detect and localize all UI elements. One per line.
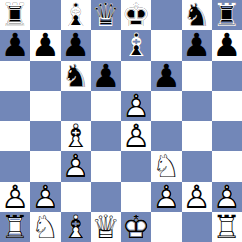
piece-fill-glyph: ♝ (121, 30, 151, 60)
square-b2[interactable]: ♟♙ (30, 182, 60, 212)
piece-outline-glyph: ♖ (0, 0, 30, 30)
white-pawn[interactable]: ♟♙ (61, 151, 91, 181)
piece-outline-glyph: ♘ (61, 61, 91, 91)
black-queen[interactable]: ♛♕ (91, 0, 121, 30)
white-rook[interactable]: ♜♖ (212, 212, 242, 242)
square-f5[interactable] (151, 91, 181, 121)
square-d4[interactable] (91, 121, 121, 151)
white-pawn[interactable]: ♟♙ (121, 121, 151, 151)
square-e4[interactable]: ♟♙ (121, 121, 151, 151)
piece-outline-glyph: ♘ (30, 212, 60, 242)
piece-outline-glyph: ♗ (121, 30, 151, 60)
piece-fill-glyph: ♟ (182, 182, 212, 212)
piece-outline-glyph: ♘ (151, 151, 181, 181)
square-g6[interactable] (182, 61, 212, 91)
white-rook[interactable]: ♜♖ (0, 212, 30, 242)
square-c5[interactable] (61, 91, 91, 121)
square-e8[interactable]: ♚♔ (121, 0, 151, 30)
black-king[interactable]: ♚♔ (121, 0, 151, 30)
piece-outline-glyph: ♙ (61, 151, 91, 181)
square-g7[interactable]: ♟ (182, 30, 212, 60)
black-pawn[interactable]: ♟ (151, 61, 181, 91)
square-b6[interactable] (30, 61, 60, 91)
piece-fill-glyph: ♛ (91, 212, 121, 242)
piece-outline-glyph: ♙ (121, 91, 151, 121)
square-f1[interactable] (151, 212, 181, 242)
piece-outline-glyph: ♖ (0, 212, 30, 242)
piece-fill-glyph: ♜ (212, 212, 242, 242)
square-d8[interactable]: ♛♕ (91, 0, 121, 30)
square-h2[interactable]: ♟♙ (212, 182, 242, 212)
square-a5[interactable] (0, 91, 30, 121)
white-pawn[interactable]: ♟♙ (121, 91, 151, 121)
piece-fill-glyph: ♟ (91, 61, 121, 91)
chess-board: ♜♖♝♗♛♕♚♔♞♘♜♖♟♟♟♝♗♟♟♞♘♟♟♟♙♝♗♟♙♟♙♞♘♟♙♟♙♟♙♟… (0, 0, 242, 242)
piece-fill-glyph: ♝ (61, 121, 91, 151)
square-a3[interactable] (0, 151, 30, 181)
square-d6[interactable]: ♟ (91, 61, 121, 91)
square-f8[interactable] (151, 0, 181, 30)
piece-fill-glyph: ♟ (30, 182, 60, 212)
square-g4[interactable] (182, 121, 212, 151)
piece-fill-glyph: ♜ (0, 212, 30, 242)
square-f2[interactable]: ♟♙ (151, 182, 181, 212)
black-knight[interactable]: ♞♘ (61, 61, 91, 91)
square-b4[interactable] (30, 121, 60, 151)
piece-outline-glyph: ♙ (30, 182, 60, 212)
white-pawn[interactable]: ♟♙ (0, 182, 30, 212)
white-queen[interactable]: ♛♕ (91, 212, 121, 242)
square-g3[interactable] (182, 151, 212, 181)
piece-outline-glyph: ♙ (182, 182, 212, 212)
square-e1[interactable]: ♚♔ (121, 212, 151, 242)
black-pawn[interactable]: ♟ (212, 30, 242, 60)
black-rook[interactable]: ♜♖ (212, 0, 242, 30)
square-e6[interactable] (121, 61, 151, 91)
piece-fill-glyph: ♚ (121, 212, 151, 242)
piece-outline-glyph: ♗ (61, 212, 91, 242)
white-king[interactable]: ♚♔ (121, 212, 151, 242)
piece-outline-glyph: ♙ (0, 182, 30, 212)
white-bishop[interactable]: ♝♗ (61, 212, 91, 242)
square-d1[interactable]: ♛♕ (91, 212, 121, 242)
piece-fill-glyph: ♟ (212, 182, 242, 212)
square-c8[interactable]: ♝♗ (61, 0, 91, 30)
black-pawn[interactable]: ♟ (182, 30, 212, 60)
piece-fill-glyph: ♟ (0, 30, 30, 60)
piece-fill-glyph: ♞ (61, 61, 91, 91)
square-g1[interactable] (182, 212, 212, 242)
white-pawn[interactable]: ♟♙ (212, 182, 242, 212)
piece-fill-glyph: ♟ (121, 121, 151, 151)
piece-outline-glyph: ♖ (212, 212, 242, 242)
square-h3[interactable] (212, 151, 242, 181)
black-pawn[interactable]: ♟ (61, 30, 91, 60)
square-e5[interactable]: ♟♙ (121, 91, 151, 121)
square-b5[interactable] (30, 91, 60, 121)
piece-outline-glyph: ♕ (91, 0, 121, 30)
piece-outline-glyph: ♙ (212, 182, 242, 212)
square-h1[interactable]: ♜♖ (212, 212, 242, 242)
square-b8[interactable] (30, 0, 60, 30)
square-h5[interactable] (212, 91, 242, 121)
square-f6[interactable]: ♟ (151, 61, 181, 91)
black-bishop[interactable]: ♝♗ (61, 0, 91, 30)
square-c2[interactable] (61, 182, 91, 212)
piece-fill-glyph: ♛ (91, 0, 121, 30)
piece-fill-glyph: ♟ (151, 61, 181, 91)
piece-outline-glyph: ♗ (61, 0, 91, 30)
square-f3[interactable]: ♞♘ (151, 151, 181, 181)
piece-fill-glyph: ♟ (30, 30, 60, 60)
white-pawn[interactable]: ♟♙ (30, 182, 60, 212)
piece-outline-glyph: ♔ (121, 212, 151, 242)
black-pawn[interactable]: ♟ (91, 61, 121, 91)
piece-outline-glyph: ♔ (121, 0, 151, 30)
black-pawn[interactable]: ♟ (0, 30, 30, 60)
square-d3[interactable] (91, 151, 121, 181)
white-pawn[interactable]: ♟♙ (182, 182, 212, 212)
square-a8[interactable]: ♜♖ (0, 0, 30, 30)
square-a4[interactable] (0, 121, 30, 151)
piece-fill-glyph: ♟ (212, 30, 242, 60)
square-c4[interactable]: ♝♗ (61, 121, 91, 151)
piece-outline-glyph: ♖ (212, 0, 242, 30)
piece-fill-glyph: ♝ (61, 0, 91, 30)
white-knight[interactable]: ♞♘ (30, 212, 60, 242)
black-bishop[interactable]: ♝♗ (121, 30, 151, 60)
piece-outline-glyph: ♙ (151, 182, 181, 212)
piece-fill-glyph: ♚ (121, 0, 151, 30)
square-g2[interactable]: ♟♙ (182, 182, 212, 212)
square-e3[interactable] (121, 151, 151, 181)
square-a6[interactable] (0, 61, 30, 91)
piece-fill-glyph: ♞ (182, 0, 212, 30)
square-g5[interactable] (182, 91, 212, 121)
square-h4[interactable] (212, 121, 242, 151)
square-e2[interactable] (121, 182, 151, 212)
white-pawn[interactable]: ♟♙ (151, 182, 181, 212)
piece-fill-glyph: ♝ (61, 212, 91, 242)
piece-fill-glyph: ♜ (0, 0, 30, 30)
square-h7[interactable]: ♟ (212, 30, 242, 60)
square-b7[interactable]: ♟ (30, 30, 60, 60)
square-h6[interactable] (212, 61, 242, 91)
white-bishop[interactable]: ♝♗ (61, 121, 91, 151)
square-b1[interactable]: ♞♘ (30, 212, 60, 242)
square-f7[interactable] (151, 30, 181, 60)
square-b3[interactable] (30, 151, 60, 181)
piece-fill-glyph: ♞ (151, 151, 181, 181)
square-c3[interactable]: ♟♙ (61, 151, 91, 181)
piece-fill-glyph: ♟ (61, 30, 91, 60)
square-a7[interactable]: ♟ (0, 30, 30, 60)
piece-fill-glyph: ♜ (212, 0, 242, 30)
square-d2[interactable] (91, 182, 121, 212)
piece-outline-glyph: ♙ (121, 121, 151, 151)
square-f4[interactable] (151, 121, 181, 151)
square-a1[interactable]: ♜♖ (0, 212, 30, 242)
square-c1[interactable]: ♝♗ (61, 212, 91, 242)
black-pawn[interactable]: ♟ (30, 30, 60, 60)
square-c6[interactable]: ♞♘ (61, 61, 91, 91)
piece-fill-glyph: ♟ (61, 151, 91, 181)
piece-outline-glyph: ♘ (182, 0, 212, 30)
piece-outline-glyph: ♗ (61, 121, 91, 151)
square-g8[interactable]: ♞♘ (182, 0, 212, 30)
white-knight[interactable]: ♞♘ (151, 151, 181, 181)
piece-fill-glyph: ♟ (151, 182, 181, 212)
square-e7[interactable]: ♝♗ (121, 30, 151, 60)
piece-outline-glyph: ♕ (91, 212, 121, 242)
piece-fill-glyph: ♞ (30, 212, 60, 242)
black-rook[interactable]: ♜♖ (0, 0, 30, 30)
square-d7[interactable] (91, 30, 121, 60)
square-d5[interactable] (91, 91, 121, 121)
square-a2[interactable]: ♟♙ (0, 182, 30, 212)
square-h8[interactable]: ♜♖ (212, 0, 242, 30)
black-knight[interactable]: ♞♘ (182, 0, 212, 30)
piece-fill-glyph: ♟ (0, 182, 30, 212)
square-c7[interactable]: ♟ (61, 30, 91, 60)
piece-fill-glyph: ♟ (182, 30, 212, 60)
piece-fill-glyph: ♟ (121, 91, 151, 121)
